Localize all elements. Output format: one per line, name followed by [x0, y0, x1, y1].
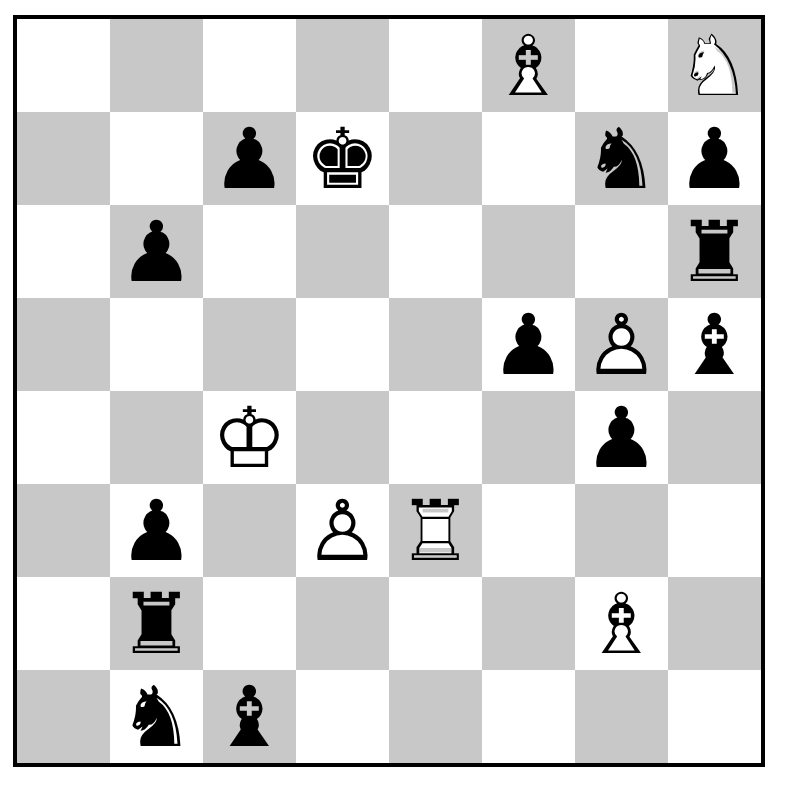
white-pawn-icon: ♟♙ [296, 484, 389, 577]
black-pawn-icon: ♟ [575, 391, 668, 484]
square-c7[interactable]: ♟ [203, 112, 296, 205]
white-piece-outline-layer: ♗ [584, 582, 659, 666]
square-g5[interactable]: ♟♙ [575, 298, 668, 391]
black-piece-glyph: ♟ [677, 117, 752, 201]
square-a6[interactable] [17, 205, 110, 298]
black-piece-glyph: ♞ [584, 117, 659, 201]
black-piece-glyph: ♞ [119, 675, 194, 759]
square-h6[interactable]: ♜ [668, 205, 761, 298]
square-c8[interactable] [203, 19, 296, 112]
square-b5[interactable] [110, 298, 203, 391]
chess-board: ♝♗♞♘♟♚♞♟♟♜♟♟♙♝♚♔♟♟♟♙♜♖♜♝♗♞♝ [13, 15, 765, 767]
black-pawn-icon: ♟ [203, 112, 296, 205]
square-f5[interactable]: ♟ [482, 298, 575, 391]
square-e8[interactable] [389, 19, 482, 112]
black-piece-glyph: ♟ [584, 396, 659, 480]
square-d1[interactable] [296, 670, 389, 763]
square-a1[interactable] [17, 670, 110, 763]
square-b1[interactable]: ♞ [110, 670, 203, 763]
square-g7[interactable]: ♞ [575, 112, 668, 205]
black-knight-icon: ♞ [575, 112, 668, 205]
square-e1[interactable] [389, 670, 482, 763]
square-h2[interactable] [668, 577, 761, 670]
square-a3[interactable] [17, 484, 110, 577]
square-c1[interactable]: ♝ [203, 670, 296, 763]
square-g3[interactable] [575, 484, 668, 577]
square-g2[interactable]: ♝♗ [575, 577, 668, 670]
square-b7[interactable] [110, 112, 203, 205]
square-c2[interactable] [203, 577, 296, 670]
white-rook-icon: ♜♖ [389, 484, 482, 577]
square-a8[interactable] [17, 19, 110, 112]
black-piece-glyph: ♚ [305, 117, 380, 201]
white-knight-icon: ♞♘ [668, 19, 761, 112]
black-piece-glyph: ♟ [212, 117, 287, 201]
black-pawn-icon: ♟ [110, 484, 203, 577]
square-g8[interactable] [575, 19, 668, 112]
white-piece-outline-layer: ♙ [584, 303, 659, 387]
white-piece-outline-layer: ♗ [491, 24, 566, 108]
black-piece-glyph: ♝ [212, 675, 287, 759]
square-f3[interactable] [482, 484, 575, 577]
white-piece-outline-layer: ♔ [212, 396, 287, 480]
black-king-icon: ♚ [296, 112, 389, 205]
square-a2[interactable] [17, 577, 110, 670]
white-piece-outline-layer: ♙ [305, 489, 380, 573]
black-pawn-icon: ♟ [668, 112, 761, 205]
black-pawn-icon: ♟ [482, 298, 575, 391]
square-f2[interactable] [482, 577, 575, 670]
black-knight-icon: ♞ [110, 670, 203, 763]
square-e2[interactable] [389, 577, 482, 670]
square-c6[interactable] [203, 205, 296, 298]
black-pawn-icon: ♟ [110, 205, 203, 298]
square-h3[interactable] [668, 484, 761, 577]
white-king-icon: ♚♔ [203, 391, 296, 484]
white-piece-outline-layer: ♘ [677, 24, 752, 108]
white-pawn-icon: ♟♙ [575, 298, 668, 391]
white-piece-outline-layer: ♖ [398, 489, 473, 573]
square-f4[interactable] [482, 391, 575, 484]
square-b8[interactable] [110, 19, 203, 112]
square-g4[interactable]: ♟ [575, 391, 668, 484]
square-e3[interactable]: ♜♖ [389, 484, 482, 577]
square-a5[interactable] [17, 298, 110, 391]
square-d4[interactable] [296, 391, 389, 484]
square-f6[interactable] [482, 205, 575, 298]
black-piece-glyph: ♝ [677, 303, 752, 387]
square-g6[interactable] [575, 205, 668, 298]
square-a7[interactable] [17, 112, 110, 205]
square-d7[interactable]: ♚ [296, 112, 389, 205]
square-d5[interactable] [296, 298, 389, 391]
black-piece-glyph: ♜ [677, 210, 752, 294]
black-piece-glyph: ♜ [119, 582, 194, 666]
square-e7[interactable] [389, 112, 482, 205]
square-f8[interactable]: ♝♗ [482, 19, 575, 112]
square-d3[interactable]: ♟♙ [296, 484, 389, 577]
square-e5[interactable] [389, 298, 482, 391]
square-c4[interactable]: ♚♔ [203, 391, 296, 484]
square-b6[interactable]: ♟ [110, 205, 203, 298]
square-e4[interactable] [389, 391, 482, 484]
white-bishop-icon: ♝♗ [575, 577, 668, 670]
square-g1[interactable] [575, 670, 668, 763]
square-h8[interactable]: ♞♘ [668, 19, 761, 112]
black-piece-glyph: ♟ [119, 210, 194, 294]
square-f1[interactable] [482, 670, 575, 763]
square-h7[interactable]: ♟ [668, 112, 761, 205]
square-b4[interactable] [110, 391, 203, 484]
black-piece-glyph: ♟ [119, 489, 194, 573]
square-h4[interactable] [668, 391, 761, 484]
square-d8[interactable] [296, 19, 389, 112]
square-h5[interactable]: ♝ [668, 298, 761, 391]
square-d2[interactable] [296, 577, 389, 670]
square-d6[interactable] [296, 205, 389, 298]
square-b2[interactable]: ♜ [110, 577, 203, 670]
black-bishop-icon: ♝ [668, 298, 761, 391]
black-rook-icon: ♜ [110, 577, 203, 670]
square-a4[interactable] [17, 391, 110, 484]
black-bishop-icon: ♝ [203, 670, 296, 763]
square-e6[interactable] [389, 205, 482, 298]
square-h1[interactable] [668, 670, 761, 763]
square-b3[interactable]: ♟ [110, 484, 203, 577]
white-bishop-icon: ♝♗ [482, 19, 575, 112]
square-c3[interactable] [203, 484, 296, 577]
black-piece-glyph: ♟ [491, 303, 566, 387]
square-c5[interactable] [203, 298, 296, 391]
square-f7[interactable] [482, 112, 575, 205]
black-rook-icon: ♜ [668, 205, 761, 298]
